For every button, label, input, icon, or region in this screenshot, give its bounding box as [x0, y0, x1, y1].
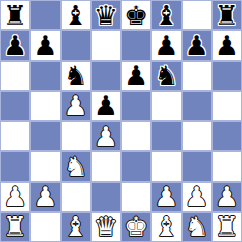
piece-black-pawn: ♟ [3, 32, 27, 59]
square-h4[interactable] [212, 121, 242, 151]
piece-white-pawn: ♟ [154, 183, 178, 210]
piece-black-pawn: ♟ [33, 32, 57, 59]
square-d5[interactable]: ♟ [91, 91, 121, 121]
piece-black-bishop: ♝ [64, 2, 88, 29]
square-c5[interactable]: ♟ [61, 91, 91, 121]
square-g3[interactable] [182, 151, 212, 181]
piece-white-pawn: ♟ [185, 183, 209, 210]
square-d4[interactable]: ♟ [91, 121, 121, 151]
piece-black-king: ♚ [124, 2, 148, 29]
piece-white-pawn: ♟ [94, 123, 118, 150]
piece-black-knight: ♞ [154, 62, 178, 89]
piece-white-king: ♚ [124, 213, 148, 240]
square-a2[interactable]: ♟ [0, 182, 30, 212]
square-a8[interactable]: ♜ [0, 0, 30, 30]
piece-black-pawn: ♟ [94, 92, 118, 119]
square-a5[interactable] [0, 91, 30, 121]
square-a6[interactable] [0, 61, 30, 91]
square-b8[interactable] [30, 0, 60, 30]
piece-white-bishop: ♝ [64, 213, 88, 240]
square-e7[interactable] [121, 30, 151, 60]
square-g4[interactable] [182, 121, 212, 151]
square-g1[interactable]: ♞ [182, 212, 212, 242]
square-c1[interactable]: ♝ [61, 212, 91, 242]
piece-white-pawn: ♟ [3, 183, 27, 210]
square-c8[interactable]: ♝ [61, 0, 91, 30]
square-a4[interactable] [0, 121, 30, 151]
square-g5[interactable] [182, 91, 212, 121]
square-e6[interactable]: ♟ [121, 61, 151, 91]
square-h8[interactable]: ♜ [212, 0, 242, 30]
square-d8[interactable]: ♛ [91, 0, 121, 30]
square-b7[interactable]: ♟ [30, 30, 60, 60]
square-d1[interactable]: ♛ [91, 212, 121, 242]
square-h3[interactable] [212, 151, 242, 181]
square-e2[interactable] [121, 182, 151, 212]
piece-white-rook: ♜ [3, 213, 27, 240]
square-d6[interactable] [91, 61, 121, 91]
square-a3[interactable] [0, 151, 30, 181]
piece-black-pawn: ♟ [215, 32, 239, 59]
square-c3[interactable]: ♞ [61, 151, 91, 181]
square-e3[interactable] [121, 151, 151, 181]
square-g7[interactable]: ♟ [182, 30, 212, 60]
piece-white-pawn: ♟ [215, 183, 239, 210]
piece-white-pawn: ♟ [64, 92, 88, 119]
square-b5[interactable] [30, 91, 60, 121]
square-g6[interactable] [182, 61, 212, 91]
piece-black-pawn: ♟ [185, 32, 209, 59]
square-h2[interactable]: ♟ [212, 182, 242, 212]
square-e1[interactable]: ♚ [121, 212, 151, 242]
square-b2[interactable]: ♟ [30, 182, 60, 212]
square-b4[interactable] [30, 121, 60, 151]
piece-white-bishop: ♝ [154, 213, 178, 240]
square-f6[interactable]: ♞ [151, 61, 181, 91]
square-e5[interactable] [121, 91, 151, 121]
piece-black-queen: ♛ [94, 2, 118, 29]
piece-white-rook: ♜ [215, 213, 239, 240]
square-f1[interactable]: ♝ [151, 212, 181, 242]
square-a1[interactable]: ♜ [0, 212, 30, 242]
square-g2[interactable]: ♟ [182, 182, 212, 212]
piece-white-knight: ♞ [185, 213, 209, 240]
square-f4[interactable] [151, 121, 181, 151]
square-f7[interactable]: ♟ [151, 30, 181, 60]
piece-white-queen: ♛ [94, 213, 118, 240]
square-f8[interactable]: ♝ [151, 0, 181, 30]
square-d7[interactable] [91, 30, 121, 60]
square-c4[interactable] [61, 121, 91, 151]
chess-board: ♜♝♛♚♝♜♟♟♟♟♟♞♟♞♟♟♟♞♟♟♟♟♟♜♝♛♚♝♞♜ [0, 0, 242, 242]
square-h7[interactable]: ♟ [212, 30, 242, 60]
square-c7[interactable] [61, 30, 91, 60]
square-e4[interactable] [121, 121, 151, 151]
piece-black-rook: ♜ [215, 2, 239, 29]
square-a7[interactable]: ♟ [0, 30, 30, 60]
square-g8[interactable] [182, 0, 212, 30]
square-f5[interactable] [151, 91, 181, 121]
square-f2[interactable]: ♟ [151, 182, 181, 212]
square-b6[interactable] [30, 61, 60, 91]
piece-black-bishop: ♝ [154, 2, 178, 29]
piece-white-knight: ♞ [64, 153, 88, 180]
square-b1[interactable] [30, 212, 60, 242]
square-h6[interactable] [212, 61, 242, 91]
piece-black-knight: ♞ [64, 62, 88, 89]
square-d3[interactable] [91, 151, 121, 181]
square-h1[interactable]: ♜ [212, 212, 242, 242]
square-d2[interactable] [91, 182, 121, 212]
square-e8[interactable]: ♚ [121, 0, 151, 30]
square-f3[interactable] [151, 151, 181, 181]
piece-black-pawn: ♟ [124, 62, 148, 89]
square-b3[interactable] [30, 151, 60, 181]
square-h5[interactable] [212, 91, 242, 121]
piece-black-rook: ♜ [3, 2, 27, 29]
piece-white-pawn: ♟ [33, 183, 57, 210]
square-c2[interactable] [61, 182, 91, 212]
piece-black-pawn: ♟ [154, 32, 178, 59]
square-c6[interactable]: ♞ [61, 61, 91, 91]
